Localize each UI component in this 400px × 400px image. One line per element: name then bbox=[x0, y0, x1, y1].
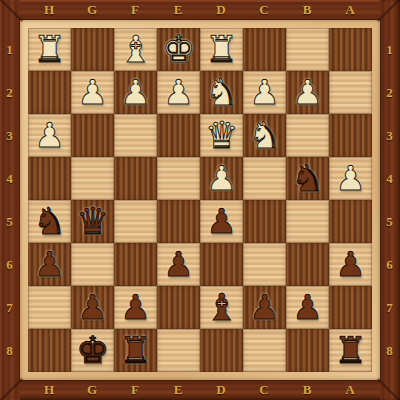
piece-black-pawn-h6[interactable]: ♟ bbox=[34, 243, 64, 286]
piece-black-rook-a8[interactable]: ♜ bbox=[334, 329, 367, 372]
square-b5[interactable] bbox=[286, 200, 329, 243]
square-f7[interactable]: ♟ bbox=[114, 286, 157, 329]
square-d2[interactable]: ♞ bbox=[200, 71, 243, 114]
rank-label-2: 2 bbox=[0, 71, 20, 114]
file-labels-top: HGFEDCBA bbox=[28, 0, 372, 20]
rank-label-6: 6 bbox=[380, 243, 400, 286]
square-a8[interactable]: ♜ bbox=[329, 329, 372, 372]
file-label-e: E bbox=[157, 380, 200, 400]
file-label-e: E bbox=[157, 0, 200, 20]
file-label-h: H bbox=[28, 0, 71, 20]
square-f4[interactable] bbox=[114, 157, 157, 200]
square-h8[interactable] bbox=[28, 329, 71, 372]
file-labels-bottom: HGFEDCBA bbox=[28, 380, 372, 400]
piece-black-pawn-d5[interactable]: ♟ bbox=[206, 200, 236, 243]
piece-white-pawn-d4[interactable]: ♟ bbox=[206, 157, 236, 200]
file-label-b: B bbox=[286, 380, 329, 400]
square-g8[interactable]: ♚ bbox=[71, 329, 114, 372]
piece-black-pawn-a6[interactable]: ♟ bbox=[335, 243, 365, 286]
rank-label-6: 6 bbox=[0, 243, 20, 286]
piece-white-pawn-g2[interactable]: ♟ bbox=[77, 71, 107, 114]
square-f5[interactable] bbox=[114, 200, 157, 243]
square-h2[interactable] bbox=[28, 71, 71, 114]
square-d7[interactable]: ♝ bbox=[200, 286, 243, 329]
piece-white-pawn-b2[interactable]: ♟ bbox=[292, 71, 322, 114]
piece-black-rook-f8[interactable]: ♜ bbox=[119, 329, 152, 372]
file-label-d: D bbox=[200, 0, 243, 20]
rank-label-3: 3 bbox=[0, 114, 20, 157]
square-f3[interactable] bbox=[114, 114, 157, 157]
square-h4[interactable] bbox=[28, 157, 71, 200]
square-a2[interactable] bbox=[329, 71, 372, 114]
file-label-a: A bbox=[329, 0, 372, 20]
piece-black-queen-g5[interactable]: ♛ bbox=[76, 200, 109, 243]
file-label-d: D bbox=[200, 380, 243, 400]
square-b3[interactable] bbox=[286, 114, 329, 157]
chess-app-window: HGFEDCBA HGFEDCBA 12345678 12345678 ♜♝♚♜… bbox=[0, 0, 400, 400]
rank-label-4: 4 bbox=[0, 157, 20, 200]
square-h6[interactable]: ♟ bbox=[28, 243, 71, 286]
square-d8[interactable] bbox=[200, 329, 243, 372]
piece-black-knight-h5[interactable]: ♞ bbox=[33, 200, 66, 243]
file-label-h: H bbox=[28, 380, 71, 400]
square-e7[interactable] bbox=[157, 286, 200, 329]
piece-black-bishop-d7[interactable]: ♝ bbox=[205, 286, 238, 329]
rank-label-1: 1 bbox=[0, 28, 20, 71]
square-a7[interactable] bbox=[329, 286, 372, 329]
square-b2[interactable]: ♟ bbox=[286, 71, 329, 114]
square-e8[interactable] bbox=[157, 329, 200, 372]
square-g6[interactable] bbox=[71, 243, 114, 286]
chess-board[interactable]: ♜♝♚♜♟♟♟♞♟♟♟♛♞♟♞♟♞♛♟♟♟♟♟♟♝♟♟♚♜♜ bbox=[28, 28, 372, 372]
rank-label-5: 5 bbox=[0, 200, 20, 243]
file-label-b: B bbox=[286, 0, 329, 20]
rank-label-7: 7 bbox=[0, 286, 20, 329]
piece-white-rook-d1[interactable]: ♜ bbox=[205, 28, 238, 71]
square-c1[interactable] bbox=[243, 28, 286, 71]
square-c7[interactable]: ♟ bbox=[243, 286, 286, 329]
square-f6[interactable] bbox=[114, 243, 157, 286]
file-label-a: A bbox=[329, 380, 372, 400]
rank-labels-left: 12345678 bbox=[0, 28, 20, 372]
file-label-f: F bbox=[114, 0, 157, 20]
square-e4[interactable] bbox=[157, 157, 200, 200]
piece-white-pawn-f2[interactable]: ♟ bbox=[120, 71, 150, 114]
square-a1[interactable] bbox=[329, 28, 372, 71]
square-c8[interactable] bbox=[243, 329, 286, 372]
piece-white-knight-c3[interactable]: ♞ bbox=[248, 114, 281, 157]
file-label-g: G bbox=[71, 0, 114, 20]
file-label-c: C bbox=[243, 0, 286, 20]
square-c5[interactable] bbox=[243, 200, 286, 243]
square-a4[interactable]: ♟ bbox=[329, 157, 372, 200]
piece-black-pawn-e6[interactable]: ♟ bbox=[163, 243, 193, 286]
square-a6[interactable]: ♟ bbox=[329, 243, 372, 286]
square-e1[interactable]: ♚ bbox=[157, 28, 200, 71]
rank-labels-right: 12345678 bbox=[380, 28, 400, 372]
square-h1[interactable]: ♜ bbox=[28, 28, 71, 71]
piece-black-knight-b4[interactable]: ♞ bbox=[291, 157, 324, 200]
rank-label-3: 3 bbox=[380, 114, 400, 157]
square-h7[interactable] bbox=[28, 286, 71, 329]
square-g1[interactable] bbox=[71, 28, 114, 71]
square-h5[interactable]: ♞ bbox=[28, 200, 71, 243]
square-d5[interactable]: ♟ bbox=[200, 200, 243, 243]
rank-label-8: 8 bbox=[0, 329, 20, 372]
piece-white-king-e1[interactable]: ♚ bbox=[162, 28, 195, 71]
square-d4[interactable]: ♟ bbox=[200, 157, 243, 200]
piece-black-king-g8[interactable]: ♚ bbox=[76, 329, 109, 372]
piece-black-pawn-b7[interactable]: ♟ bbox=[292, 286, 322, 329]
square-e2[interactable]: ♟ bbox=[157, 71, 200, 114]
piece-white-pawn-e2[interactable]: ♟ bbox=[163, 71, 193, 114]
piece-white-bishop-f1[interactable]: ♝ bbox=[119, 28, 152, 71]
square-g7[interactable]: ♟ bbox=[71, 286, 114, 329]
square-d1[interactable]: ♜ bbox=[200, 28, 243, 71]
piece-white-knight-d2[interactable]: ♞ bbox=[205, 71, 238, 114]
square-a5[interactable] bbox=[329, 200, 372, 243]
square-b8[interactable] bbox=[286, 329, 329, 372]
piece-white-rook-h1[interactable]: ♜ bbox=[33, 28, 66, 71]
piece-black-pawn-g7[interactable]: ♟ bbox=[77, 286, 107, 329]
file-label-f: F bbox=[114, 380, 157, 400]
square-c4[interactable] bbox=[243, 157, 286, 200]
piece-white-pawn-a4[interactable]: ♟ bbox=[335, 157, 365, 200]
square-f1[interactable]: ♝ bbox=[114, 28, 157, 71]
rank-label-8: 8 bbox=[380, 329, 400, 372]
rank-label-7: 7 bbox=[380, 286, 400, 329]
square-f8[interactable]: ♜ bbox=[114, 329, 157, 372]
square-a3[interactable] bbox=[329, 114, 372, 157]
square-c2[interactable]: ♟ bbox=[243, 71, 286, 114]
square-g5[interactable]: ♛ bbox=[71, 200, 114, 243]
square-g3[interactable] bbox=[71, 114, 114, 157]
square-c3[interactable]: ♞ bbox=[243, 114, 286, 157]
square-b4[interactable]: ♞ bbox=[286, 157, 329, 200]
square-b6[interactable] bbox=[286, 243, 329, 286]
square-c6[interactable] bbox=[243, 243, 286, 286]
rank-label-2: 2 bbox=[380, 71, 400, 114]
square-g2[interactable]: ♟ bbox=[71, 71, 114, 114]
file-label-g: G bbox=[71, 380, 114, 400]
piece-white-queen-d3[interactable]: ♛ bbox=[205, 114, 238, 157]
rank-label-4: 4 bbox=[380, 157, 400, 200]
piece-white-pawn-h3[interactable]: ♟ bbox=[34, 114, 64, 157]
piece-black-pawn-c7[interactable]: ♟ bbox=[249, 286, 279, 329]
square-d6[interactable] bbox=[200, 243, 243, 286]
file-label-c: C bbox=[243, 380, 286, 400]
square-g4[interactable] bbox=[71, 157, 114, 200]
square-f2[interactable]: ♟ bbox=[114, 71, 157, 114]
rank-label-1: 1 bbox=[380, 28, 400, 71]
square-b1[interactable] bbox=[286, 28, 329, 71]
square-h3[interactable]: ♟ bbox=[28, 114, 71, 157]
piece-white-pawn-c2[interactable]: ♟ bbox=[249, 71, 279, 114]
square-d3[interactable]: ♛ bbox=[200, 114, 243, 157]
square-e6[interactable]: ♟ bbox=[157, 243, 200, 286]
square-e5[interactable] bbox=[157, 200, 200, 243]
rank-label-5: 5 bbox=[380, 200, 400, 243]
square-b7[interactable]: ♟ bbox=[286, 286, 329, 329]
piece-black-pawn-f7[interactable]: ♟ bbox=[120, 286, 150, 329]
square-e3[interactable] bbox=[157, 114, 200, 157]
